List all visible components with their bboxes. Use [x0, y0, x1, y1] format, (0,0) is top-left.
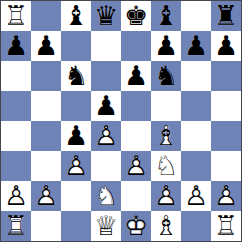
square-a8[interactable]: ♜♖	[1, 1, 31, 31]
square-h5[interactable]	[211, 91, 241, 121]
white-piece-outline: ♙	[211, 181, 241, 211]
square-g3[interactable]	[181, 151, 211, 181]
white-king[interactable]: ♚♔	[121, 211, 151, 241]
white-rook[interactable]: ♜♖	[1, 211, 31, 241]
white-queen[interactable]: ♛♕	[91, 211, 121, 241]
black-pawn[interactable]: ♟	[181, 31, 211, 61]
square-c3[interactable]: ♟♙	[61, 151, 91, 181]
black-piece-glyph: ♝	[61, 1, 91, 31]
square-a7[interactable]: ♟	[1, 31, 31, 61]
square-d3[interactable]	[91, 151, 121, 181]
square-b4[interactable]	[31, 121, 61, 151]
white-piece-outline: ♖	[1, 1, 31, 31]
square-f4[interactable]: ♝♗	[151, 121, 181, 151]
black-pawn[interactable]: ♟	[121, 61, 151, 91]
square-f5[interactable]	[151, 91, 181, 121]
square-a6[interactable]	[1, 61, 31, 91]
white-piece-outline: ♔	[121, 211, 151, 241]
square-c6[interactable]: ♞	[61, 61, 91, 91]
square-d6[interactable]	[91, 61, 121, 91]
square-g4[interactable]	[181, 121, 211, 151]
black-piece-glyph: ♜	[211, 1, 241, 31]
square-f2[interactable]: ♟♙	[151, 181, 181, 211]
black-rook[interactable]: ♜	[211, 1, 241, 31]
square-d8[interactable]: ♛	[91, 1, 121, 31]
square-c5[interactable]	[61, 91, 91, 121]
white-rook[interactable]: ♜♖	[211, 211, 241, 241]
white-piece-outline: ♙	[121, 151, 151, 181]
square-e4[interactable]	[121, 121, 151, 151]
white-pawn[interactable]: ♟♙	[181, 181, 211, 211]
square-b3[interactable]	[31, 151, 61, 181]
square-g6[interactable]	[181, 61, 211, 91]
white-bishop[interactable]: ♝♗	[151, 211, 181, 241]
square-h8[interactable]: ♜	[211, 1, 241, 31]
white-pawn[interactable]: ♟♙	[31, 181, 61, 211]
white-piece-outline: ♖	[1, 211, 31, 241]
square-d4[interactable]: ♟♙	[91, 121, 121, 151]
black-knight[interactable]: ♞	[151, 61, 181, 91]
square-e8[interactable]: ♚	[121, 1, 151, 31]
square-h4[interactable]	[211, 121, 241, 151]
white-piece-outline: ♙	[181, 181, 211, 211]
square-g1[interactable]	[181, 211, 211, 241]
black-piece-glyph: ♛	[91, 1, 121, 31]
square-g7[interactable]: ♟	[181, 31, 211, 61]
square-e1[interactable]: ♚♔	[121, 211, 151, 241]
square-b2[interactable]: ♟♙	[31, 181, 61, 211]
square-b5[interactable]	[31, 91, 61, 121]
square-f1[interactable]: ♝♗	[151, 211, 181, 241]
white-knight[interactable]: ♞♘	[151, 151, 181, 181]
white-piece-outline: ♙	[151, 181, 181, 211]
square-h2[interactable]: ♟♙	[211, 181, 241, 211]
square-a5[interactable]	[1, 91, 31, 121]
black-piece-glyph: ♟	[91, 91, 121, 121]
square-c4[interactable]: ♟	[61, 121, 91, 151]
black-pawn[interactable]: ♟	[61, 121, 91, 151]
white-piece-outline: ♗	[151, 121, 181, 151]
black-pawn[interactable]: ♟	[151, 31, 181, 61]
square-b7[interactable]: ♟	[31, 31, 61, 61]
white-pawn[interactable]: ♟♙	[61, 151, 91, 181]
white-piece-outline: ♕	[91, 211, 121, 241]
square-b1[interactable]	[31, 211, 61, 241]
black-pawn[interactable]: ♟	[211, 31, 241, 61]
chess-board: ♜♖♝♛♚♝♜♟♟♟♟♟♞♟♞♟♟♟♙♝♗♟♙♟♙♞♘♟♙♟♙♞♘♟♙♟♙♟♙♜…	[1, 1, 241, 241]
black-pawn[interactable]: ♟	[1, 31, 31, 61]
square-e7[interactable]	[121, 31, 151, 61]
black-piece-glyph: ♞	[61, 61, 91, 91]
square-h7[interactable]: ♟	[211, 31, 241, 61]
black-piece-glyph: ♟	[31, 31, 61, 61]
square-f8[interactable]: ♝	[151, 1, 181, 31]
black-bishop[interactable]: ♝	[151, 1, 181, 31]
black-bishop[interactable]: ♝	[61, 1, 91, 31]
square-a2[interactable]: ♟♙	[1, 181, 31, 211]
black-knight[interactable]: ♞	[61, 61, 91, 91]
square-c8[interactable]: ♝	[61, 1, 91, 31]
black-piece-glyph: ♞	[151, 61, 181, 91]
black-pawn[interactable]: ♟	[91, 91, 121, 121]
black-piece-glyph: ♟	[61, 121, 91, 151]
white-piece-outline: ♗	[151, 211, 181, 241]
square-d2[interactable]: ♞♘	[91, 181, 121, 211]
white-piece-outline: ♘	[151, 151, 181, 181]
square-c7[interactable]	[61, 31, 91, 61]
white-piece-outline: ♖	[211, 211, 241, 241]
square-e2[interactable]	[121, 181, 151, 211]
black-queen[interactable]: ♛	[91, 1, 121, 31]
square-h1[interactable]: ♜♖	[211, 211, 241, 241]
square-h3[interactable]	[211, 151, 241, 181]
white-piece-outline: ♙	[61, 151, 91, 181]
black-king[interactable]: ♚	[121, 1, 151, 31]
white-pawn[interactable]: ♟♙	[1, 181, 31, 211]
white-piece-outline: ♙	[1, 181, 31, 211]
square-a1[interactable]: ♜♖	[1, 211, 31, 241]
square-f3[interactable]: ♞♘	[151, 151, 181, 181]
black-piece-glyph: ♝	[151, 1, 181, 31]
white-piece-outline: ♙	[91, 121, 121, 151]
square-c1[interactable]	[61, 211, 91, 241]
board-frame: ♜♖♝♛♚♝♜♟♟♟♟♟♞♟♞♟♟♟♙♝♗♟♙♟♙♞♘♟♙♟♙♞♘♟♙♟♙♟♙♜…	[0, 0, 242, 242]
square-g8[interactable]	[181, 1, 211, 31]
white-rook[interactable]: ♜♖	[1, 1, 31, 31]
black-pawn[interactable]: ♟	[31, 31, 61, 61]
square-g2[interactable]: ♟♙	[181, 181, 211, 211]
white-knight[interactable]: ♞♘	[91, 181, 121, 211]
white-pawn[interactable]: ♟♙	[121, 151, 151, 181]
square-b8[interactable]	[31, 1, 61, 31]
square-d7[interactable]	[91, 31, 121, 61]
black-piece-glyph: ♟	[211, 31, 241, 61]
square-a3[interactable]	[1, 151, 31, 181]
white-piece-outline: ♘	[91, 181, 121, 211]
white-pawn[interactable]: ♟♙	[91, 121, 121, 151]
black-piece-glyph: ♟	[181, 31, 211, 61]
black-piece-glyph: ♟	[1, 31, 31, 61]
square-e6[interactable]: ♟	[121, 61, 151, 91]
square-f7[interactable]: ♟	[151, 31, 181, 61]
square-b6[interactable]	[31, 61, 61, 91]
square-d5[interactable]: ♟	[91, 91, 121, 121]
white-pawn[interactable]: ♟♙	[211, 181, 241, 211]
square-a4[interactable]	[1, 121, 31, 151]
square-e3[interactable]: ♟♙	[121, 151, 151, 181]
square-c2[interactable]	[61, 181, 91, 211]
square-f6[interactable]: ♞	[151, 61, 181, 91]
black-piece-glyph: ♟	[121, 61, 151, 91]
square-h6[interactable]	[211, 61, 241, 91]
square-d1[interactable]: ♛♕	[91, 211, 121, 241]
black-piece-glyph: ♚	[121, 1, 151, 31]
square-e5[interactable]	[121, 91, 151, 121]
white-pawn[interactable]: ♟♙	[151, 181, 181, 211]
black-piece-glyph: ♟	[151, 31, 181, 61]
square-g5[interactable]	[181, 91, 211, 121]
white-piece-outline: ♙	[31, 181, 61, 211]
white-bishop[interactable]: ♝♗	[151, 121, 181, 151]
